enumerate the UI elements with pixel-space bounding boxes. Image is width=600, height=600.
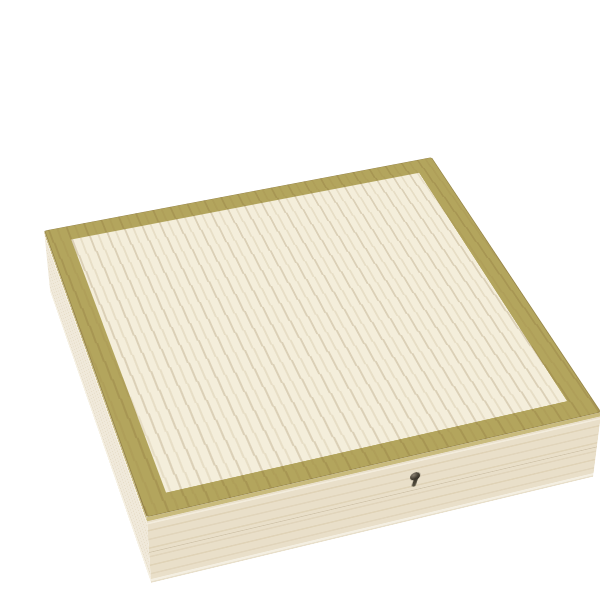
box-latch-icon [408,471,423,488]
scene-perspective [0,0,600,600]
product-photo-canvas [0,0,600,600]
chess-box [44,157,600,517]
